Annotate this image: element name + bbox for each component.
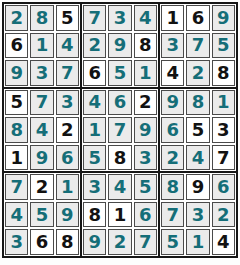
cell-r6c3[interactable]: 6 xyxy=(56,145,79,171)
cell-r8c6[interactable]: 6 xyxy=(134,202,157,228)
cell-r3c5[interactable]: 5 xyxy=(108,60,131,86)
cell-r1c7[interactable]: 1 xyxy=(161,5,184,31)
cell-r9c9[interactable]: 4 xyxy=(212,229,235,255)
cell-r2c6[interactable]: 8 xyxy=(134,33,157,59)
cell-r6c5[interactable]: 8 xyxy=(108,145,131,171)
cell-r1c4[interactable]: 7 xyxy=(83,5,106,31)
cell-r4c8[interactable]: 8 xyxy=(186,90,209,116)
cell-r3c2[interactable]: 3 xyxy=(30,60,53,86)
cell-r7c4[interactable]: 3 xyxy=(83,174,106,200)
cell-r6c9[interactable]: 7 xyxy=(212,145,235,171)
cell-r1c5[interactable]: 3 xyxy=(108,5,131,31)
cell-r1c1[interactable]: 2 xyxy=(5,5,28,31)
cell-r8c4[interactable]: 8 xyxy=(83,202,106,228)
box-4: 573842196 xyxy=(4,89,80,172)
cell-r5c9[interactable]: 3 xyxy=(212,117,235,143)
cell-r5c7[interactable]: 6 xyxy=(161,117,184,143)
cell-r6c6[interactable]: 3 xyxy=(134,145,157,171)
cell-r1c8[interactable]: 6 xyxy=(186,5,209,31)
cell-r6c1[interactable]: 1 xyxy=(5,145,28,171)
sudoku-app: 2856149377342986511693754285738421964621… xyxy=(0,0,240,265)
box-2: 734298651 xyxy=(82,4,158,87)
cell-r2c2[interactable]: 1 xyxy=(30,33,53,59)
box-7: 721459368 xyxy=(4,173,80,256)
cell-r8c5[interactable]: 1 xyxy=(108,202,131,228)
cell-r4c4[interactable]: 4 xyxy=(83,90,106,116)
box-3: 169375428 xyxy=(160,4,236,87)
cell-r3c3[interactable]: 7 xyxy=(56,60,79,86)
cell-r5c1[interactable]: 8 xyxy=(5,117,28,143)
cell-r3c7[interactable]: 4 xyxy=(161,60,184,86)
cell-r7c9[interactable]: 6 xyxy=(212,174,235,200)
cell-r6c7[interactable]: 2 xyxy=(161,145,184,171)
cell-r5c2[interactable]: 4 xyxy=(30,117,53,143)
cell-r8c1[interactable]: 4 xyxy=(5,202,28,228)
cell-r9c8[interactable]: 1 xyxy=(186,229,209,255)
cell-r8c7[interactable]: 7 xyxy=(161,202,184,228)
cell-r1c9[interactable]: 9 xyxy=(212,5,235,31)
cell-r6c8[interactable]: 4 xyxy=(186,145,209,171)
cell-r1c6[interactable]: 4 xyxy=(134,5,157,31)
cell-r6c4[interactable]: 5 xyxy=(83,145,106,171)
cell-r2c9[interactable]: 5 xyxy=(212,33,235,59)
cell-r7c1[interactable]: 7 xyxy=(5,174,28,200)
cell-r7c5[interactable]: 4 xyxy=(108,174,131,200)
cell-r2c8[interactable]: 7 xyxy=(186,33,209,59)
cell-r1c3[interactable]: 5 xyxy=(56,5,79,31)
cell-r7c3[interactable]: 1 xyxy=(56,174,79,200)
box-6: 981653247 xyxy=(160,89,236,172)
cell-r2c3[interactable]: 4 xyxy=(56,33,79,59)
cell-r4c3[interactable]: 3 xyxy=(56,90,79,116)
cell-r2c5[interactable]: 9 xyxy=(108,33,131,59)
cell-r9c2[interactable]: 6 xyxy=(30,229,53,255)
cell-r4c5[interactable]: 6 xyxy=(108,90,131,116)
cell-r5c8[interactable]: 5 xyxy=(186,117,209,143)
box-5: 462179583 xyxy=(82,89,158,172)
box-1: 285614937 xyxy=(4,4,80,87)
cell-r7c2[interactable]: 2 xyxy=(30,174,53,200)
cell-r8c3[interactable]: 9 xyxy=(56,202,79,228)
cell-r3c8[interactable]: 2 xyxy=(186,60,209,86)
box-9: 896732514 xyxy=(160,173,236,256)
cell-r4c1[interactable]: 5 xyxy=(5,90,28,116)
cell-r7c7[interactable]: 8 xyxy=(161,174,184,200)
sudoku-grid: 2856149377342986511693754285738421964621… xyxy=(2,2,238,258)
cell-r5c5[interactable]: 7 xyxy=(108,117,131,143)
cell-r3c6[interactable]: 1 xyxy=(134,60,157,86)
cell-r9c6[interactable]: 7 xyxy=(134,229,157,255)
cell-r4c6[interactable]: 2 xyxy=(134,90,157,116)
cell-r8c2[interactable]: 5 xyxy=(30,202,53,228)
cell-r9c5[interactable]: 2 xyxy=(108,229,131,255)
cell-r8c8[interactable]: 3 xyxy=(186,202,209,228)
cell-r9c7[interactable]: 5 xyxy=(161,229,184,255)
box-8: 345816927 xyxy=(82,173,158,256)
cell-r8c9[interactable]: 2 xyxy=(212,202,235,228)
cell-r7c6[interactable]: 5 xyxy=(134,174,157,200)
cell-r7c8[interactable]: 9 xyxy=(186,174,209,200)
cell-r4c2[interactable]: 7 xyxy=(30,90,53,116)
cell-r4c7[interactable]: 9 xyxy=(161,90,184,116)
cell-r9c4[interactable]: 9 xyxy=(83,229,106,255)
cell-r2c7[interactable]: 3 xyxy=(161,33,184,59)
cell-r5c3[interactable]: 2 xyxy=(56,117,79,143)
cell-r9c3[interactable]: 8 xyxy=(56,229,79,255)
cell-r9c1[interactable]: 3 xyxy=(5,229,28,255)
cell-r5c4[interactable]: 1 xyxy=(83,117,106,143)
cell-r5c6[interactable]: 9 xyxy=(134,117,157,143)
cell-r4c9[interactable]: 1 xyxy=(212,90,235,116)
cell-r6c2[interactable]: 9 xyxy=(30,145,53,171)
cell-r2c4[interactable]: 2 xyxy=(83,33,106,59)
cell-r3c4[interactable]: 6 xyxy=(83,60,106,86)
cell-r3c1[interactable]: 9 xyxy=(5,60,28,86)
cell-r3c9[interactable]: 8 xyxy=(212,60,235,86)
cell-r1c2[interactable]: 8 xyxy=(30,5,53,31)
cell-r2c1[interactable]: 6 xyxy=(5,33,28,59)
